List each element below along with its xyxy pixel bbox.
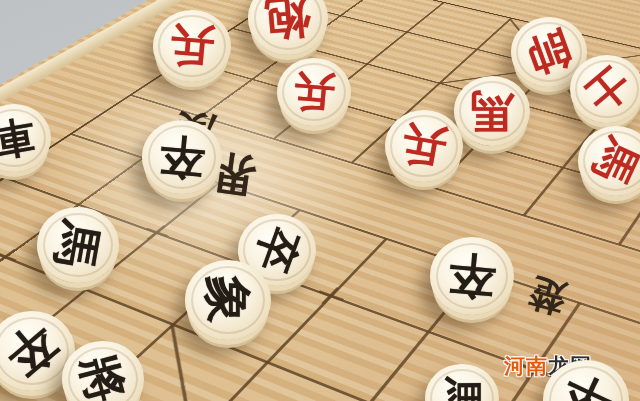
red-advisor-piece[interactable]: 士	[570, 55, 640, 123]
red-soldier-piece[interactable]: 兵	[277, 58, 351, 126]
red-cannon-piece[interactable]: 炮	[248, 0, 328, 55]
black-soldier-piece[interactable]: 卒	[430, 237, 514, 314]
black-soldier-piece[interactable]: 卒	[142, 120, 222, 194]
horse-character: 馬	[34, 198, 123, 292]
red-soldier-piece[interactable]: 兵	[153, 10, 231, 82]
black-elephant-piece[interactable]: 象	[185, 260, 271, 339]
soldier-character: 兵	[274, 55, 354, 129]
soldier-character: 兵	[150, 7, 234, 85]
black-horse-piece[interactable]: 馬	[37, 207, 119, 282]
position-marker	[308, 282, 354, 311]
red-soldier-piece[interactable]: 兵	[385, 110, 463, 182]
scene: 漢界楚 兵炮帥士馬兵馬兵車馬卒卒象卒將卒馬卒 河南龙网	[0, 0, 640, 401]
cannon-character: 炮	[245, 0, 331, 58]
soldier-character: 兵	[379, 104, 468, 188]
horse-character: 馬	[428, 361, 496, 401]
watermark-primary: 河南	[504, 354, 548, 378]
black-chariot-piece[interactable]: 車	[0, 104, 51, 172]
elephant-character: 象	[188, 257, 267, 343]
position-marker	[134, 220, 178, 245]
black-general-piece[interactable]: 將	[62, 341, 144, 401]
soldier-character: 卒	[139, 117, 225, 197]
soldier-character: 卒	[427, 234, 517, 318]
red-horse-piece[interactable]: 馬	[578, 126, 640, 196]
black-horse-piece[interactable]: 馬	[425, 364, 499, 401]
